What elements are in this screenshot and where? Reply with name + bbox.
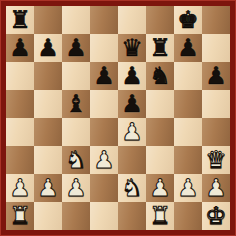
black-rook-icon[interactable]: ♜ <box>149 34 171 62</box>
square-e4[interactable]: ♟ <box>118 118 146 146</box>
square-h3[interactable]: ♛ <box>202 146 230 174</box>
square-d8[interactable] <box>90 6 118 34</box>
black-pawn-icon[interactable]: ♟ <box>121 90 143 118</box>
square-f6[interactable]: ♞ <box>146 62 174 90</box>
square-e8[interactable] <box>118 6 146 34</box>
white-pawn-icon[interactable]: ♟ <box>177 174 199 202</box>
square-d5[interactable] <box>90 90 118 118</box>
board-frame: ♜♚♟♟♟♛♜♟♟♟♞♟♝♟♟♞♟♛♟♟♟♞♟♟♟♜♜♚ <box>0 0 236 236</box>
square-g1[interactable] <box>174 202 202 230</box>
square-e3[interactable] <box>118 146 146 174</box>
square-b8[interactable] <box>34 6 62 34</box>
square-g5[interactable] <box>174 90 202 118</box>
square-f5[interactable] <box>146 90 174 118</box>
square-g7[interactable]: ♟ <box>174 34 202 62</box>
square-a5[interactable] <box>6 90 34 118</box>
square-b6[interactable] <box>34 62 62 90</box>
square-d3[interactable]: ♟ <box>90 146 118 174</box>
square-d4[interactable] <box>90 118 118 146</box>
square-c8[interactable] <box>62 6 90 34</box>
square-f8[interactable] <box>146 6 174 34</box>
square-c3[interactable]: ♞ <box>62 146 90 174</box>
black-queen-icon[interactable]: ♛ <box>121 34 143 62</box>
square-d2[interactable] <box>90 174 118 202</box>
black-pawn-icon[interactable]: ♟ <box>93 62 115 90</box>
white-knight-icon[interactable]: ♞ <box>121 174 143 202</box>
white-pawn-icon[interactable]: ♟ <box>121 118 143 146</box>
square-b3[interactable] <box>34 146 62 174</box>
black-knight-icon[interactable]: ♞ <box>149 62 171 90</box>
black-king-icon[interactable]: ♚ <box>177 6 199 34</box>
square-h5[interactable] <box>202 90 230 118</box>
square-c1[interactable] <box>62 202 90 230</box>
square-a3[interactable] <box>6 146 34 174</box>
square-c5[interactable]: ♝ <box>62 90 90 118</box>
square-f4[interactable] <box>146 118 174 146</box>
square-c2[interactable]: ♟ <box>62 174 90 202</box>
white-pawn-icon[interactable]: ♟ <box>205 174 227 202</box>
square-a4[interactable] <box>6 118 34 146</box>
square-h7[interactable] <box>202 34 230 62</box>
square-f1[interactable]: ♜ <box>146 202 174 230</box>
square-a2[interactable]: ♟ <box>6 174 34 202</box>
black-pawn-icon[interactable]: ♟ <box>9 34 31 62</box>
square-b7[interactable]: ♟ <box>34 34 62 62</box>
square-c4[interactable] <box>62 118 90 146</box>
square-b2[interactable]: ♟ <box>34 174 62 202</box>
square-e2[interactable]: ♞ <box>118 174 146 202</box>
black-bishop-icon[interactable]: ♝ <box>65 90 87 118</box>
square-a8[interactable]: ♜ <box>6 6 34 34</box>
square-g4[interactable] <box>174 118 202 146</box>
square-c7[interactable]: ♟ <box>62 34 90 62</box>
white-pawn-icon[interactable]: ♟ <box>93 146 115 174</box>
square-h6[interactable]: ♟ <box>202 62 230 90</box>
black-pawn-icon[interactable]: ♟ <box>121 62 143 90</box>
square-h8[interactable] <box>202 6 230 34</box>
square-f3[interactable] <box>146 146 174 174</box>
chess-diagram: ♜♚♟♟♟♛♜♟♟♟♞♟♝♟♟♞♟♛♟♟♟♞♟♟♟♜♜♚ <box>0 0 236 236</box>
white-pawn-icon[interactable]: ♟ <box>149 174 171 202</box>
white-pawn-icon[interactable]: ♟ <box>37 174 59 202</box>
square-d1[interactable] <box>90 202 118 230</box>
square-a1[interactable]: ♜ <box>6 202 34 230</box>
square-c6[interactable] <box>62 62 90 90</box>
black-pawn-icon[interactable]: ♟ <box>177 34 199 62</box>
square-e1[interactable] <box>118 202 146 230</box>
square-f2[interactable]: ♟ <box>146 174 174 202</box>
square-d6[interactable]: ♟ <box>90 62 118 90</box>
square-g8[interactable]: ♚ <box>174 6 202 34</box>
white-rook-icon[interactable]: ♜ <box>9 202 31 230</box>
white-queen-icon[interactable]: ♛ <box>205 146 227 174</box>
square-f7[interactable]: ♜ <box>146 34 174 62</box>
square-g3[interactable] <box>174 146 202 174</box>
square-a6[interactable] <box>6 62 34 90</box>
square-g6[interactable] <box>174 62 202 90</box>
white-rook-icon[interactable]: ♜ <box>149 202 171 230</box>
square-g2[interactable]: ♟ <box>174 174 202 202</box>
square-a7[interactable]: ♟ <box>6 34 34 62</box>
black-rook-icon[interactable]: ♜ <box>9 6 31 34</box>
square-h1[interactable]: ♚ <box>202 202 230 230</box>
square-h2[interactable]: ♟ <box>202 174 230 202</box>
white-pawn-icon[interactable]: ♟ <box>9 174 31 202</box>
square-b1[interactable] <box>34 202 62 230</box>
square-d7[interactable] <box>90 34 118 62</box>
white-knight-icon[interactable]: ♞ <box>65 146 87 174</box>
black-pawn-icon[interactable]: ♟ <box>65 34 87 62</box>
square-b5[interactable] <box>34 90 62 118</box>
chess-board: ♜♚♟♟♟♛♜♟♟♟♞♟♝♟♟♞♟♛♟♟♟♞♟♟♟♜♜♚ <box>6 6 230 230</box>
black-pawn-icon[interactable]: ♟ <box>37 34 59 62</box>
square-b4[interactable] <box>34 118 62 146</box>
square-e5[interactable]: ♟ <box>118 90 146 118</box>
square-h4[interactable] <box>202 118 230 146</box>
black-pawn-icon[interactable]: ♟ <box>205 62 227 90</box>
square-e7[interactable]: ♛ <box>118 34 146 62</box>
white-pawn-icon[interactable]: ♟ <box>65 174 87 202</box>
square-e6[interactable]: ♟ <box>118 62 146 90</box>
white-king-icon[interactable]: ♚ <box>205 202 227 230</box>
